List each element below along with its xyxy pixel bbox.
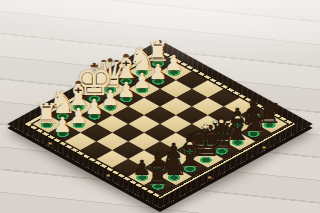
photo-scene: ♜♟♟♜♞♟♟♞♝♟♟♝♛♟♟♛♚♟♟♚♝♟♟♝♞♟♟♞♜♟♟♜ ✦ ✦ ✦ ✦ bbox=[0, 0, 320, 213]
brass-ornament-icon: ✦ bbox=[44, 141, 55, 147]
piece-white-pawn: ♟ bbox=[101, 88, 120, 109]
piece-white-pawn: ♟ bbox=[165, 53, 184, 74]
piece-white-pawn: ♟ bbox=[133, 71, 152, 92]
piece-white-pawn: ♟ bbox=[53, 114, 72, 135]
piece-white-pawn: ♟ bbox=[69, 106, 88, 127]
piece-black-rook: ♜ bbox=[146, 161, 170, 188]
piece-white-pawn: ♟ bbox=[149, 62, 168, 83]
piece-white-pawn: ♟ bbox=[117, 79, 136, 100]
piece-white-pawn: ♟ bbox=[85, 97, 104, 118]
brass-ornament-icon: ✦ bbox=[102, 173, 113, 179]
